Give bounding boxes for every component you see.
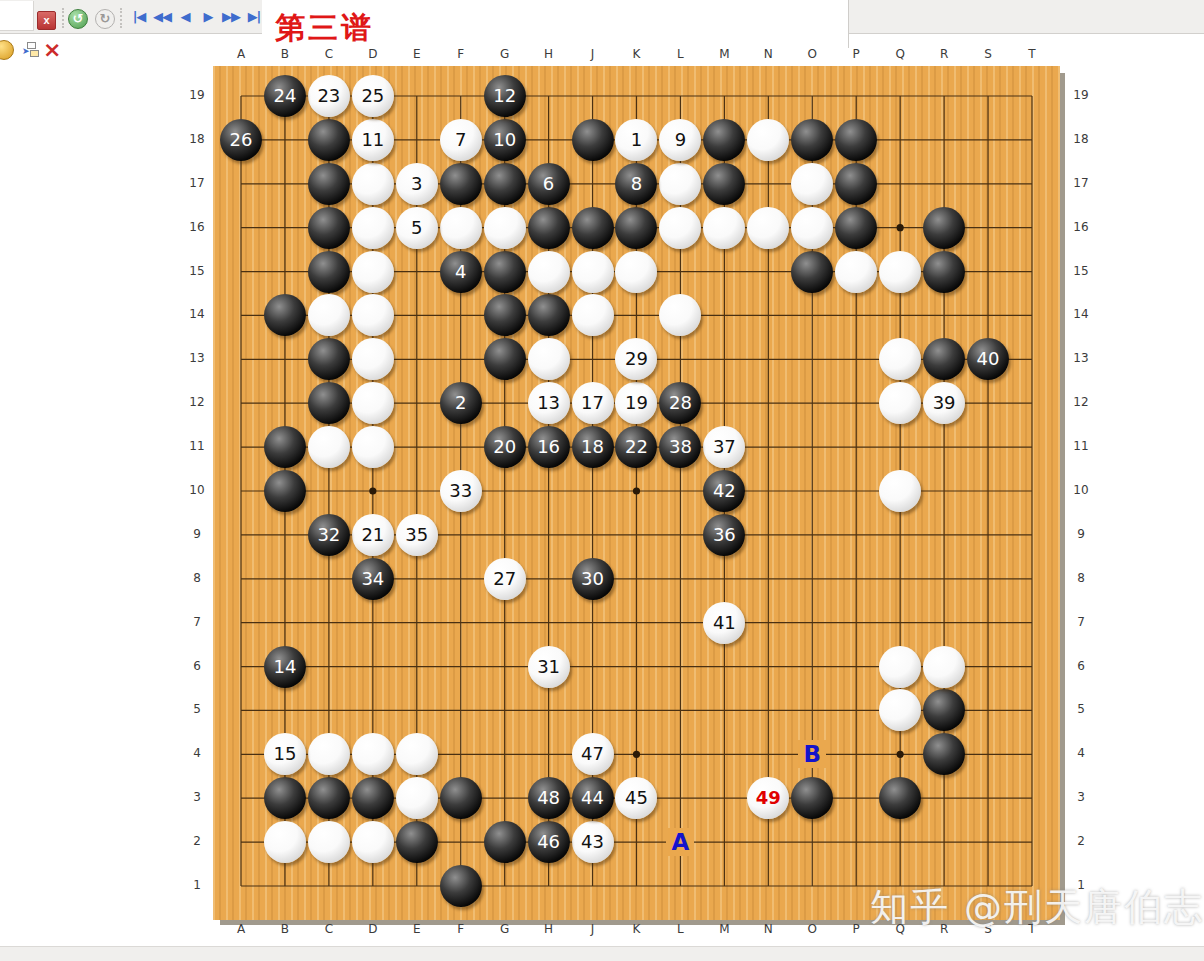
stone-D4	[352, 733, 394, 775]
stone-P18	[835, 119, 877, 161]
coord-bottom-O: O	[799, 922, 825, 937]
stone-G2	[484, 821, 526, 863]
stone-K16	[615, 207, 657, 249]
stone-C16	[308, 207, 350, 249]
stone-G11: 20	[484, 426, 526, 468]
stone-K15	[615, 251, 657, 293]
stone-H12: 13	[528, 382, 570, 424]
coord-right-17: 17	[1068, 176, 1094, 191]
move-number: 10	[493, 131, 516, 149]
move-number: 48	[537, 789, 560, 807]
move-number: 34	[361, 570, 384, 588]
move-number: 20	[493, 438, 516, 456]
stone-C3	[308, 777, 350, 819]
stone-J14	[572, 294, 614, 336]
stone-B19: 24	[264, 75, 306, 117]
stone-F3	[440, 777, 482, 819]
stone-C9: 32	[308, 514, 350, 556]
stone-C15	[308, 251, 350, 293]
coord-left-18: 18	[184, 132, 210, 147]
stone-Q15	[879, 251, 921, 293]
star-point	[369, 487, 376, 494]
stone-H6: 31	[528, 646, 570, 688]
coord-left-15: 15	[184, 264, 210, 279]
stone-D17	[352, 163, 394, 205]
stone-D12	[352, 382, 394, 424]
stone-J4: 47	[572, 733, 614, 775]
stone-D11	[352, 426, 394, 468]
coord-bottom-D: D	[360, 922, 386, 937]
stone-C18	[308, 119, 350, 161]
stone-D18: 11	[352, 119, 394, 161]
coord-top-R: R	[931, 47, 957, 62]
coord-top-T: T	[1019, 47, 1045, 62]
move-number: 47	[581, 745, 604, 763]
coord-left-8: 8	[184, 571, 210, 586]
coord-right-2: 2	[1068, 834, 1094, 849]
move-number: 2	[455, 394, 466, 412]
coord-left-2: 2	[184, 834, 210, 849]
stone-E2	[396, 821, 438, 863]
move-number: 33	[449, 482, 472, 500]
stone-G13	[484, 338, 526, 380]
rotate-forward-icon[interactable]: ↻	[95, 9, 115, 29]
coord-bottom-A: A	[228, 922, 254, 937]
coord-left-6: 6	[184, 659, 210, 674]
point-label-A: A	[666, 828, 694, 856]
stone-J11: 18	[572, 426, 614, 468]
coord-left-5: 5	[184, 702, 210, 717]
stone-E16: 5	[396, 207, 438, 249]
panel-close-button[interactable]: x	[37, 11, 56, 30]
stone-B4: 15	[264, 733, 306, 775]
star-point	[897, 751, 904, 758]
stone-R12: 39	[923, 382, 965, 424]
star-point	[633, 487, 640, 494]
title-panel: 第三谱	[262, 0, 849, 48]
coord-top-P: P	[843, 47, 869, 62]
move-number: 27	[493, 570, 516, 588]
coord-left-14: 14	[184, 307, 210, 322]
stone-O17	[791, 163, 833, 205]
hand-tool-icon[interactable]	[0, 40, 14, 60]
move-number: 38	[669, 438, 692, 456]
coord-right-15: 15	[1068, 264, 1094, 279]
stone-M9: 36	[703, 514, 745, 556]
stone-A18: 26	[220, 119, 262, 161]
stone-C19: 23	[308, 75, 350, 117]
stone-H16	[528, 207, 570, 249]
move-number: 23	[317, 87, 340, 105]
stone-B3	[264, 777, 306, 819]
coord-bottom-J: J	[580, 922, 606, 937]
coord-left-7: 7	[184, 615, 210, 630]
move-number: 8	[631, 175, 642, 193]
stone-C14	[308, 294, 350, 336]
stone-P16	[835, 207, 877, 249]
coord-top-E: E	[404, 47, 430, 62]
stone-G15	[484, 251, 526, 293]
stone-J18	[572, 119, 614, 161]
stone-C11	[308, 426, 350, 468]
point-label-B: B	[798, 740, 826, 768]
stone-G8: 27	[484, 558, 526, 600]
stone-C13	[308, 338, 350, 380]
move-number: 11	[361, 131, 384, 149]
stone-D2	[352, 821, 394, 863]
coord-left-19: 19	[184, 88, 210, 103]
coord-bottom-L: L	[667, 922, 693, 937]
coord-top-L: L	[667, 47, 693, 62]
stone-J12: 17	[572, 382, 614, 424]
stone-M17	[703, 163, 745, 205]
move-number: 43	[581, 833, 604, 851]
coord-top-S: S	[975, 47, 1001, 62]
coord-bottom-M: M	[711, 922, 737, 937]
go-board[interactable]: 1234567891011121314151617181920212223242…	[213, 66, 1060, 920]
move-number: 32	[317, 526, 340, 544]
stone-D9: 21	[352, 514, 394, 556]
stone-D15	[352, 251, 394, 293]
star-point	[897, 224, 904, 231]
stone-F12: 2	[440, 382, 482, 424]
coord-right-16: 16	[1068, 220, 1094, 235]
move-number: 36	[713, 526, 736, 544]
stone-M16	[703, 207, 745, 249]
coord-left-1: 1	[184, 878, 210, 893]
move-number: 49	[756, 789, 781, 807]
stone-M18	[703, 119, 745, 161]
nav-first-button[interactable]: |◀	[128, 7, 150, 27]
move-number: 9	[675, 131, 686, 149]
stone-D3	[352, 777, 394, 819]
stone-D16	[352, 207, 394, 249]
toolbar-separator	[120, 8, 122, 28]
stone-N18	[747, 119, 789, 161]
stone-J8: 30	[572, 558, 614, 600]
move-number: 18	[581, 438, 604, 456]
stone-Q10	[879, 470, 921, 512]
stone-B6: 14	[264, 646, 306, 688]
move-number: 31	[537, 658, 560, 676]
move-number: 14	[273, 658, 296, 676]
move-number: 41	[713, 614, 736, 632]
coord-top-Q: Q	[887, 47, 913, 62]
stone-Q6	[879, 646, 921, 688]
coord-left-4: 4	[184, 746, 210, 761]
stone-D8: 34	[352, 558, 394, 600]
stone-E3	[396, 777, 438, 819]
stone-E17: 3	[396, 163, 438, 205]
coord-top-A: A	[228, 47, 254, 62]
coord-right-14: 14	[1068, 307, 1094, 322]
stone-R16	[923, 207, 965, 249]
stone-L18: 9	[659, 119, 701, 161]
app-window: x ↺ ↻ |◀◀◀◀▶▶▶▶| 第三谱 ➤ × 123456789101112…	[0, 0, 1204, 961]
move-number: 19	[625, 394, 648, 412]
coord-left-9: 9	[184, 527, 210, 542]
move-number: 44	[581, 789, 604, 807]
coord-right-9: 9	[1068, 527, 1094, 542]
move-number: 16	[537, 438, 560, 456]
move-number: 21	[361, 526, 384, 544]
move-number: 13	[537, 394, 560, 412]
coord-bottom-B: B	[272, 922, 298, 937]
coord-right-12: 12	[1068, 395, 1094, 410]
diagram-title: 第三谱	[275, 8, 374, 49]
move-number: 30	[581, 570, 604, 588]
stone-F15: 4	[440, 251, 482, 293]
delete-icon[interactable]: ×	[43, 37, 61, 62]
coord-right-5: 5	[1068, 702, 1094, 717]
coord-left-3: 3	[184, 790, 210, 805]
move-number: 39	[933, 394, 956, 412]
coord-bottom-E: E	[404, 922, 430, 937]
coord-right-11: 11	[1068, 439, 1094, 454]
coord-right-6: 6	[1068, 659, 1094, 674]
coord-bottom-C: C	[316, 922, 342, 937]
stone-G14	[484, 294, 526, 336]
coord-top-N: N	[755, 47, 781, 62]
coord-bottom-G: G	[492, 922, 518, 937]
stone-F10: 33	[440, 470, 482, 512]
bottom-strip	[0, 946, 1204, 961]
coord-right-4: 4	[1068, 746, 1094, 761]
move-number: 3	[411, 175, 422, 193]
stone-H3: 48	[528, 777, 570, 819]
nav-prev-fast-button[interactable]: ◀◀	[151, 7, 173, 27]
coord-top-F: F	[448, 47, 474, 62]
move-number: 22	[625, 438, 648, 456]
stone-R15	[923, 251, 965, 293]
coord-right-3: 3	[1068, 790, 1094, 805]
stone-E4	[396, 733, 438, 775]
move-number: 40	[977, 350, 1000, 368]
coord-bottom-P: P	[843, 922, 869, 937]
stone-H11: 16	[528, 426, 570, 468]
stone-H13	[528, 338, 570, 380]
stone-D19: 25	[352, 75, 394, 117]
coord-top-G: G	[492, 47, 518, 62]
coord-bottom-N: N	[755, 922, 781, 937]
stone-C2	[308, 821, 350, 863]
stone-E9: 35	[396, 514, 438, 556]
coord-bottom-K: K	[623, 922, 649, 937]
nav-next-button[interactable]: ▶	[197, 7, 219, 27]
coord-bottom-F: F	[448, 922, 474, 937]
move-number: 24	[273, 87, 296, 105]
coord-right-8: 8	[1068, 571, 1094, 586]
stone-D14	[352, 294, 394, 336]
stone-G16	[484, 207, 526, 249]
stone-F16	[440, 207, 482, 249]
rotate-back-icon[interactable]: ↺	[68, 9, 88, 29]
stone-H15	[528, 251, 570, 293]
stone-G18: 10	[484, 119, 526, 161]
stone-J3: 44	[572, 777, 614, 819]
coord-right-13: 13	[1068, 351, 1094, 366]
coord-top-B: B	[272, 47, 298, 62]
coord-right-10: 10	[1068, 483, 1094, 498]
stone-J2: 43	[572, 821, 614, 863]
move-number: 17	[581, 394, 604, 412]
move-number: 1	[631, 131, 642, 149]
move-number: 26	[230, 131, 253, 149]
coord-left-17: 17	[184, 176, 210, 191]
watermark: 知乎 @刑天唐伯志	[870, 882, 1204, 933]
stone-K17: 8	[615, 163, 657, 205]
coord-top-D: D	[360, 47, 386, 62]
stone-F18: 7	[440, 119, 482, 161]
stone-C12	[308, 382, 350, 424]
stone-B11	[264, 426, 306, 468]
stone-P17	[835, 163, 877, 205]
stone-J16	[572, 207, 614, 249]
coord-left-13: 13	[184, 351, 210, 366]
coord-top-O: O	[799, 47, 825, 62]
stone-P15	[835, 251, 877, 293]
stone-C17	[308, 163, 350, 205]
coord-top-H: H	[536, 47, 562, 62]
coord-top-C: C	[316, 47, 342, 62]
stone-O15	[791, 251, 833, 293]
stone-L17	[659, 163, 701, 205]
stone-N16	[747, 207, 789, 249]
coord-top-J: J	[580, 47, 606, 62]
stone-F17	[440, 163, 482, 205]
move-number: 28	[669, 394, 692, 412]
stone-B2	[264, 821, 306, 863]
coord-left-10: 10	[184, 483, 210, 498]
stone-L16	[659, 207, 701, 249]
move-number: 42	[713, 482, 736, 500]
stone-H14	[528, 294, 570, 336]
coord-bottom-H: H	[536, 922, 562, 937]
move-number: 7	[455, 131, 466, 149]
stone-R6	[923, 646, 965, 688]
stone-M7: 41	[703, 602, 745, 644]
stone-H2: 46	[528, 821, 570, 863]
stone-O16	[791, 207, 833, 249]
move-number: 25	[361, 87, 384, 105]
branch-icon[interactable]: ➤	[24, 42, 39, 57]
nav-prev-button[interactable]: ◀	[174, 7, 196, 27]
move-number-box[interactable]	[0, 1, 34, 31]
move-number: 4	[455, 263, 466, 281]
stone-J15	[572, 251, 614, 293]
coord-left-16: 16	[184, 220, 210, 235]
star-point	[633, 751, 640, 758]
stone-H17: 6	[528, 163, 570, 205]
move-number: 35	[405, 526, 428, 544]
move-number: 46	[537, 833, 560, 851]
coord-right-7: 7	[1068, 615, 1094, 630]
move-number: 6	[543, 175, 554, 193]
stone-G19: 12	[484, 75, 526, 117]
stone-F1	[440, 865, 482, 907]
stone-D13	[352, 338, 394, 380]
move-number: 12	[493, 87, 516, 105]
stone-G17	[484, 163, 526, 205]
coord-right-19: 19	[1068, 88, 1094, 103]
move-number: 37	[713, 438, 736, 456]
move-number: 5	[411, 219, 422, 237]
move-number: 15	[273, 745, 296, 763]
toolbar-separator	[62, 8, 64, 28]
coord-right-18: 18	[1068, 132, 1094, 147]
coord-top-M: M	[711, 47, 737, 62]
coord-left-11: 11	[184, 439, 210, 454]
move-number: 45	[625, 789, 648, 807]
move-number: 29	[625, 350, 648, 368]
stone-B10	[264, 470, 306, 512]
stone-O18	[791, 119, 833, 161]
coord-top-K: K	[623, 47, 649, 62]
coord-left-12: 12	[184, 395, 210, 410]
stone-C4	[308, 733, 350, 775]
nav-next-fast-button[interactable]: ▶▶	[220, 7, 242, 27]
